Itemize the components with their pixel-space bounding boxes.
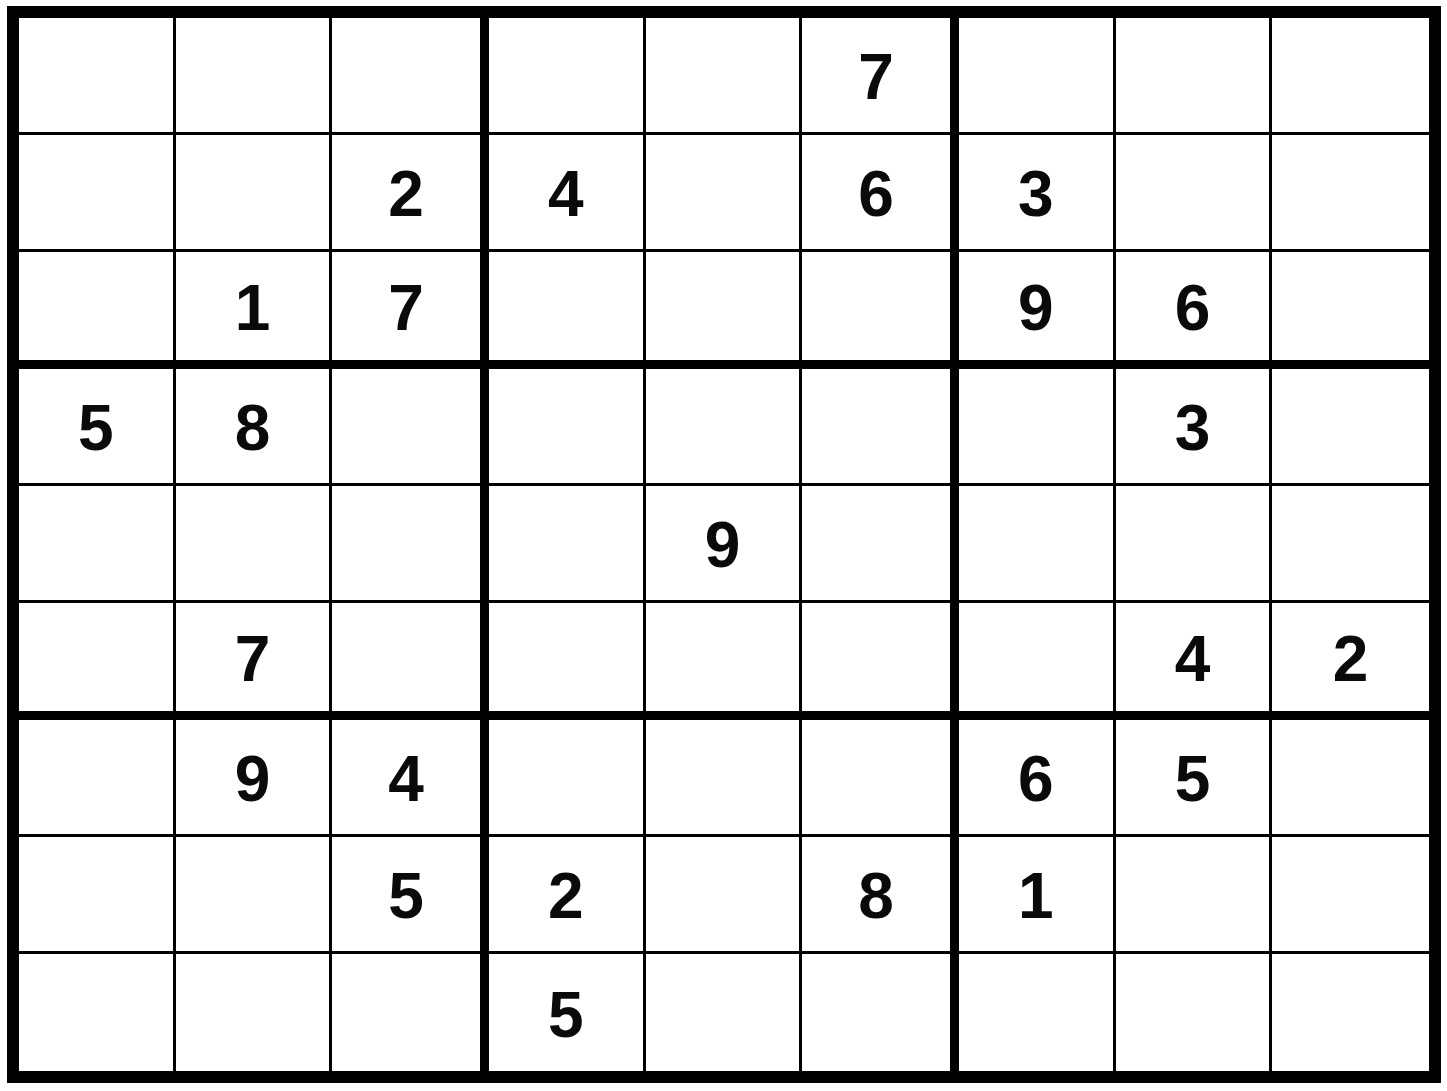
cell-r3c8[interactable]: 6 — [1116, 252, 1273, 369]
cell-r8c9[interactable] — [1272, 837, 1429, 954]
cell-r7c2[interactable]: 9 — [176, 720, 333, 837]
cell-r7c7[interactable]: 6 — [959, 720, 1116, 837]
cell-r6c7[interactable] — [959, 603, 1116, 720]
cell-r6c1[interactable] — [19, 603, 176, 720]
cell-r8c5[interactable] — [646, 837, 803, 954]
cell-r7c8[interactable]: 5 — [1116, 720, 1273, 837]
cell-r5c9[interactable] — [1272, 486, 1429, 603]
cell-r6c2[interactable]: 7 — [176, 603, 333, 720]
cell-r8c7[interactable]: 1 — [959, 837, 1116, 954]
cell-r9c9[interactable] — [1272, 954, 1429, 1071]
cell-r7c3[interactable]: 4 — [332, 720, 489, 837]
cell-r3c4[interactable] — [489, 252, 646, 369]
cell-r8c6[interactable]: 8 — [802, 837, 959, 954]
cell-r4c2[interactable]: 8 — [176, 369, 333, 486]
cell-r1c2[interactable] — [176, 18, 333, 135]
cell-r3c7[interactable]: 9 — [959, 252, 1116, 369]
cell-r8c1[interactable] — [19, 837, 176, 954]
cell-r1c4[interactable] — [489, 18, 646, 135]
cell-r8c3[interactable]: 5 — [332, 837, 489, 954]
cell-r4c8[interactable]: 3 — [1116, 369, 1273, 486]
cell-r2c7[interactable]: 3 — [959, 135, 1116, 252]
cell-r1c1[interactable] — [19, 18, 176, 135]
cell-r6c9[interactable]: 2 — [1272, 603, 1429, 720]
cell-r6c8[interactable]: 4 — [1116, 603, 1273, 720]
cell-r2c9[interactable] — [1272, 135, 1429, 252]
cell-r2c3[interactable]: 2 — [332, 135, 489, 252]
cell-r7c6[interactable] — [802, 720, 959, 837]
cell-r4c4[interactable] — [489, 369, 646, 486]
cell-r1c5[interactable] — [646, 18, 803, 135]
cell-r1c9[interactable] — [1272, 18, 1429, 135]
cell-r5c1[interactable] — [19, 486, 176, 603]
cell-r4c5[interactable] — [646, 369, 803, 486]
cell-r5c7[interactable] — [959, 486, 1116, 603]
cell-r8c2[interactable] — [176, 837, 333, 954]
cell-r3c2[interactable]: 1 — [176, 252, 333, 369]
cell-r3c3[interactable]: 7 — [332, 252, 489, 369]
cell-r2c5[interactable] — [646, 135, 803, 252]
cell-r6c3[interactable] — [332, 603, 489, 720]
cell-r5c8[interactable] — [1116, 486, 1273, 603]
cell-r3c1[interactable] — [19, 252, 176, 369]
cell-r1c8[interactable] — [1116, 18, 1273, 135]
cell-r7c4[interactable] — [489, 720, 646, 837]
cell-r4c3[interactable] — [332, 369, 489, 486]
cell-r6c6[interactable] — [802, 603, 959, 720]
cell-r6c5[interactable] — [646, 603, 803, 720]
cell-r9c3[interactable] — [332, 954, 489, 1071]
cell-r1c7[interactable] — [959, 18, 1116, 135]
cell-r1c6[interactable]: 7 — [802, 18, 959, 135]
cell-r8c4[interactable]: 2 — [489, 837, 646, 954]
cell-r5c4[interactable] — [489, 486, 646, 603]
cell-r5c3[interactable] — [332, 486, 489, 603]
cell-r9c7[interactable] — [959, 954, 1116, 1071]
cell-r4c9[interactable] — [1272, 369, 1429, 486]
cell-r3c6[interactable] — [802, 252, 959, 369]
sudoku-grid: 7246317965839742946552815 — [19, 18, 1429, 1071]
cell-r9c8[interactable] — [1116, 954, 1273, 1071]
sudoku-board: 7246317965839742946552815 — [7, 6, 1441, 1083]
cell-r7c9[interactable] — [1272, 720, 1429, 837]
cell-r9c6[interactable] — [802, 954, 959, 1071]
cell-r5c6[interactable] — [802, 486, 959, 603]
cell-r9c5[interactable] — [646, 954, 803, 1071]
cell-r4c1[interactable]: 5 — [19, 369, 176, 486]
cell-r3c5[interactable] — [646, 252, 803, 369]
cell-r2c8[interactable] — [1116, 135, 1273, 252]
cell-r2c6[interactable]: 6 — [802, 135, 959, 252]
cell-r4c6[interactable] — [802, 369, 959, 486]
cell-r5c5[interactable]: 9 — [646, 486, 803, 603]
cell-r8c8[interactable] — [1116, 837, 1273, 954]
cell-r4c7[interactable] — [959, 369, 1116, 486]
cell-r7c1[interactable] — [19, 720, 176, 837]
cell-r6c4[interactable] — [489, 603, 646, 720]
cell-r3c9[interactable] — [1272, 252, 1429, 369]
cell-r9c2[interactable] — [176, 954, 333, 1071]
cell-r2c4[interactable]: 4 — [489, 135, 646, 252]
cell-r1c3[interactable] — [332, 18, 489, 135]
cell-r5c2[interactable] — [176, 486, 333, 603]
cell-r2c2[interactable] — [176, 135, 333, 252]
cell-r9c1[interactable] — [19, 954, 176, 1071]
cell-r9c4[interactable]: 5 — [489, 954, 646, 1071]
cell-r2c1[interactable] — [19, 135, 176, 252]
cell-r7c5[interactable] — [646, 720, 803, 837]
